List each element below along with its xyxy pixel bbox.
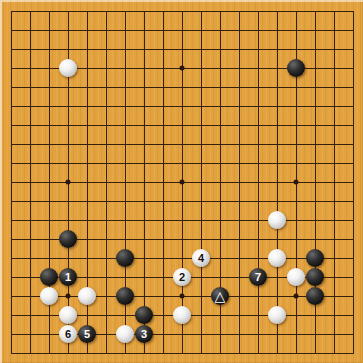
stone-R4[interactable] [306, 287, 324, 305]
move-number-label: 1 [65, 268, 71, 286]
stone-Q16[interactable] [287, 59, 305, 77]
stone-O3[interactable] [268, 306, 286, 324]
stone-G2[interactable] [116, 325, 134, 343]
star-point [66, 294, 71, 299]
stone-O6[interactable] [268, 249, 286, 267]
stone-E4[interactable] [78, 287, 96, 305]
stone-D7[interactable] [59, 230, 77, 248]
stone-G6[interactable] [116, 249, 134, 267]
move-number-label: 4 [198, 249, 204, 267]
stone-H3[interactable] [135, 306, 153, 324]
stone-D16[interactable] [59, 59, 77, 77]
stone-C4[interactable] [40, 287, 58, 305]
triangle-mark-icon: △ [215, 288, 226, 304]
stone-D2[interactable]: 6 [59, 325, 77, 343]
stone-H2[interactable]: 3 [135, 325, 153, 343]
star-point [180, 180, 185, 185]
stone-C5[interactable] [40, 268, 58, 286]
stone-R6[interactable] [306, 249, 324, 267]
stone-Q5[interactable] [287, 268, 305, 286]
move-number-label: 5 [84, 325, 90, 343]
stone-D3[interactable] [59, 306, 77, 324]
star-point [180, 294, 185, 299]
stone-L6[interactable]: 4 [192, 249, 210, 267]
stone-M4[interactable]: △ [211, 287, 229, 305]
star-point [66, 180, 71, 185]
move-number-label: 6 [65, 325, 71, 343]
stone-K5[interactable]: 2 [173, 268, 191, 286]
stone-K3[interactable] [173, 306, 191, 324]
go-board[interactable]: 4127△653 [0, 0, 363, 363]
move-number-label: 7 [255, 268, 261, 286]
stone-D5[interactable]: 1 [59, 268, 77, 286]
move-number-label: 2 [179, 268, 185, 286]
stone-N5[interactable]: 7 [249, 268, 267, 286]
star-point [294, 294, 299, 299]
stone-O8[interactable] [268, 211, 286, 229]
star-point [294, 180, 299, 185]
stone-E2[interactable]: 5 [78, 325, 96, 343]
stone-R5[interactable] [306, 268, 324, 286]
stone-G4[interactable] [116, 287, 134, 305]
star-point [180, 66, 185, 71]
move-number-label: 3 [141, 325, 147, 343]
